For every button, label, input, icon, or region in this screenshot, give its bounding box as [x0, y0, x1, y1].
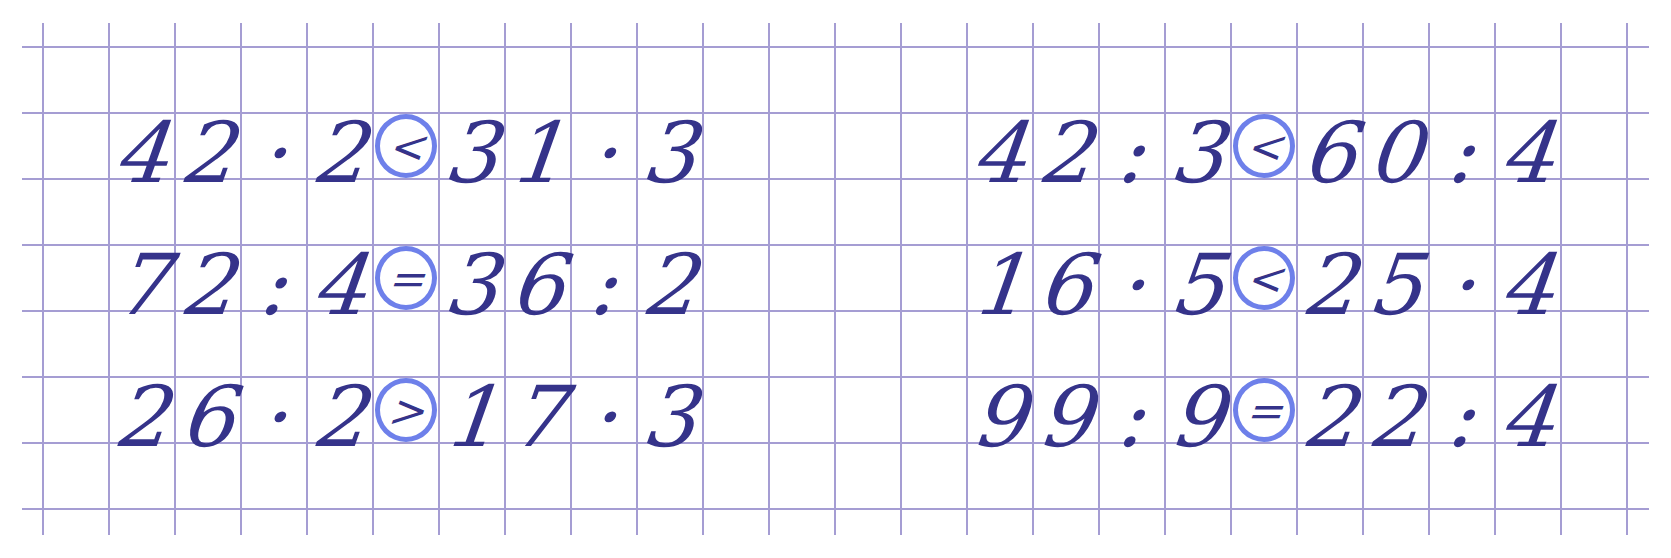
- multiplication-dot: ·: [567, 384, 640, 450]
- answer-cell[interactable]: =: [373, 245, 439, 311]
- digit-cell: 9: [1161, 384, 1234, 450]
- expression-right-1: 4 2 : 3 < 6 0 : 4: [967, 113, 1561, 179]
- digit-cell: 4: [1491, 384, 1564, 450]
- answer-cell[interactable]: <: [1231, 113, 1297, 179]
- digit-cell: 4: [963, 120, 1036, 186]
- digit-cell: 2: [1293, 252, 1366, 318]
- digit-cell: 3: [435, 252, 508, 318]
- division-colon: :: [1095, 384, 1168, 450]
- digit-cell: 3: [435, 120, 508, 186]
- digit-cell: 4: [1491, 252, 1564, 318]
- digit-cell: 2: [633, 252, 706, 318]
- digit-cell: 2: [303, 120, 376, 186]
- digit-cell: 9: [963, 384, 1036, 450]
- division-colon: :: [1095, 120, 1168, 186]
- digit-cell: 1: [435, 384, 508, 450]
- multiplication-dot: ·: [237, 120, 310, 186]
- digit-cell: 4: [303, 252, 376, 318]
- digit-cell: 2: [1293, 384, 1366, 450]
- digit-cell: 2: [1359, 384, 1432, 450]
- multiplication-dot: ·: [567, 120, 640, 186]
- comparison-operator: =: [385, 257, 426, 301]
- digit-cell: 3: [1161, 120, 1234, 186]
- digit-cell: 2: [105, 384, 178, 450]
- multiplication-dot: ·: [1095, 252, 1168, 318]
- answer-circle: <: [1233, 246, 1295, 310]
- answer-circle: <: [375, 114, 437, 178]
- digit-cell: 2: [1029, 120, 1102, 186]
- digit-cell: 6: [171, 384, 244, 450]
- digit-cell: 0: [1359, 120, 1432, 186]
- digit-cell: 2: [171, 252, 244, 318]
- comparison-operator: <: [1243, 257, 1284, 301]
- comparison-operator: >: [385, 389, 426, 433]
- division-colon: :: [237, 252, 310, 318]
- answer-circle: >: [375, 378, 437, 442]
- comparison-operator: =: [1243, 389, 1284, 433]
- digit-cell: 6: [1293, 120, 1366, 186]
- expression-left-1: 4 2 · 2 < 3 1 · 3: [109, 113, 703, 179]
- answer-cell[interactable]: =: [1231, 377, 1297, 443]
- expression-right-2: 1 6 · 5 < 2 5 · 4: [967, 245, 1561, 311]
- digit-cell: 9: [1029, 384, 1102, 450]
- digit-cell: 5: [1161, 252, 1234, 318]
- digit-cell: 5: [1359, 252, 1432, 318]
- answer-cell[interactable]: <: [373, 113, 439, 179]
- multiplication-dot: ·: [237, 384, 310, 450]
- worksheet-page: 4 2 · 2 < 3 1 · 3 7 2 : 4 = 3 6 : 2 2 6 …: [0, 0, 1671, 558]
- answer-cell[interactable]: >: [373, 377, 439, 443]
- digit-cell: 7: [105, 252, 178, 318]
- answer-circle: =: [375, 246, 437, 310]
- division-colon: :: [567, 252, 640, 318]
- digit-cell: 6: [1029, 252, 1102, 318]
- answer-circle: =: [1233, 378, 1295, 442]
- comparison-operator: <: [385, 125, 426, 169]
- digit-cell: 3: [633, 384, 706, 450]
- digit-cell: 1: [963, 252, 1036, 318]
- division-colon: :: [1425, 384, 1498, 450]
- digit-cell: 2: [171, 120, 244, 186]
- comparison-operator: <: [1243, 125, 1284, 169]
- expression-left-2: 7 2 : 4 = 3 6 : 2: [109, 245, 703, 311]
- multiplication-dot: ·: [1425, 252, 1498, 318]
- answer-circle: <: [1233, 114, 1295, 178]
- expression-right-3: 9 9 : 9 = 2 2 : 4: [967, 377, 1561, 443]
- digit-cell: 6: [501, 252, 574, 318]
- answer-cell[interactable]: <: [1231, 245, 1297, 311]
- digit-cell: 7: [501, 384, 574, 450]
- digit-cell: 3: [633, 120, 706, 186]
- expression-left-3: 2 6 · 2 > 1 7 · 3: [109, 377, 703, 443]
- division-colon: :: [1425, 120, 1498, 186]
- digit-cell: 1: [501, 120, 574, 186]
- digit-cell: 2: [303, 384, 376, 450]
- digit-cell: 4: [1491, 120, 1564, 186]
- digit-cell: 4: [105, 120, 178, 186]
